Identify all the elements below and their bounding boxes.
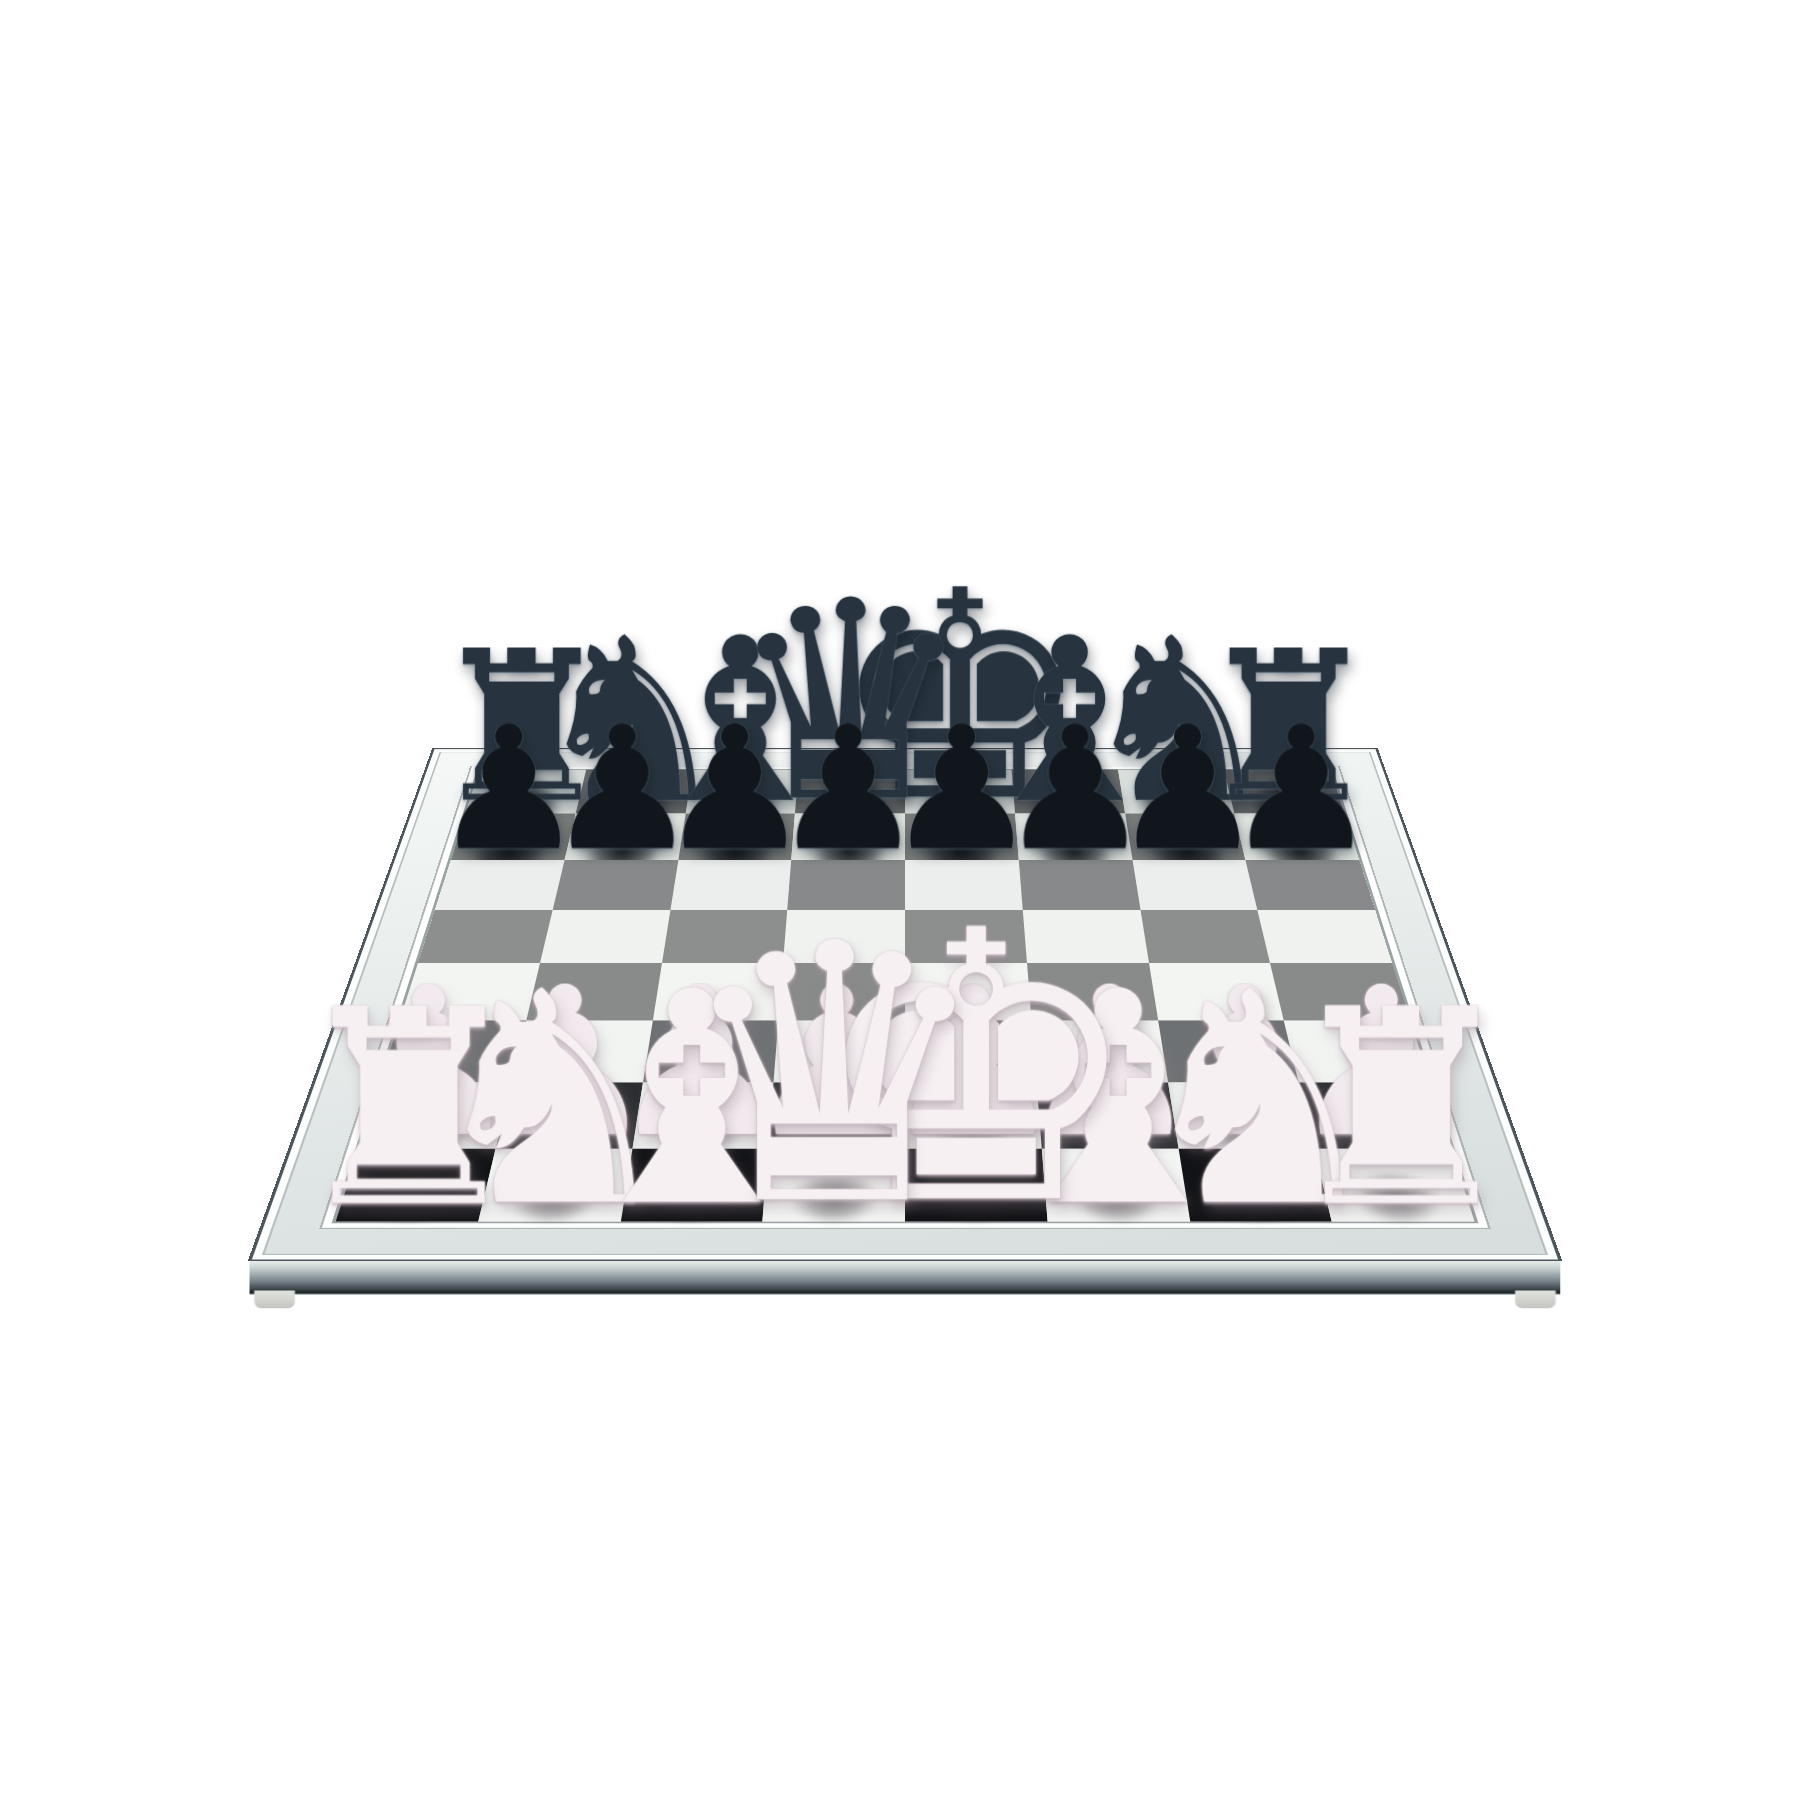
piece-reflection: [765, 1167, 899, 1265]
square-f3: [1031, 1020, 1167, 1082]
square-g5: [1140, 910, 1270, 963]
square-f2: ♟: [1036, 1082, 1178, 1149]
square-a3: [380, 1020, 526, 1082]
square-e5: [905, 910, 1027, 963]
square-e2: ♟: [905, 1082, 1042, 1149]
square-d2: ♟: [768, 1082, 905, 1149]
square-e6: [905, 860, 1023, 910]
square-e1: ♚: [905, 1149, 1047, 1221]
piece-reflection: [352, 1099, 502, 1189]
square-d7: ♟: [791, 813, 905, 860]
square-f5: [1023, 910, 1149, 963]
piece-reflection: [911, 1167, 1045, 1265]
piece-reflection: [1325, 1167, 1483, 1265]
square-g3: [1158, 1020, 1299, 1082]
square-a2: ♟: [359, 1082, 512, 1149]
chess-board: ♜♞♝♛♚♝♞♜♟♟♟♟♟♟♟♟♟♟♟♟♟♟♟♟♜♞♝♛♚♝♞♜: [248, 748, 1563, 1261]
piece-reflection: [910, 1099, 1039, 1189]
square-e4: [905, 963, 1031, 1020]
square-h3: [1284, 1020, 1430, 1082]
square-d3: [774, 1020, 905, 1082]
square-a5: [418, 910, 552, 963]
piece-reflection: [328, 1167, 486, 1265]
square-c5: [662, 910, 788, 963]
square-d1: ♛: [763, 1149, 905, 1221]
square-a7: ♟: [451, 813, 576, 860]
square-f6: [1019, 860, 1140, 910]
product-photo-scene: ♜♞♝♛♚♝♞♜♟♟♟♟♟♟♟♟♟♟♟♟♟♟♟♟♜♞♝♛♚♝♞♜: [0, 0, 1820, 1820]
piece-reflection: [771, 1099, 900, 1189]
square-d5: [783, 910, 905, 963]
square-c3: [643, 1020, 779, 1082]
square-b7: ♟: [564, 813, 685, 860]
square-h4: [1270, 963, 1410, 1020]
square-e3: [905, 1020, 1036, 1082]
square-b3: [511, 1020, 652, 1082]
board-foot: [254, 1291, 295, 1309]
square-a8: ♜: [466, 770, 586, 814]
square-e8: ♚: [905, 770, 1015, 814]
piece-reflection: [1043, 1099, 1179, 1189]
square-e7: ♟: [905, 813, 1019, 860]
board-frame: ♜♞♝♛♚♝♞♜♟♟♟♟♟♟♟♟♟♟♟♟♟♟♟♟♜♞♝♛♚♝♞♜: [248, 748, 1563, 1261]
square-d6: [787, 860, 905, 910]
square-h8: ♜: [1224, 770, 1344, 814]
square-d4: [779, 963, 905, 1020]
square-h7: ♟: [1235, 813, 1360, 860]
square-a1: ♜: [336, 1149, 496, 1221]
square-g2: ♟: [1167, 1082, 1314, 1149]
square-h2: ♟: [1299, 1082, 1452, 1149]
square-h1: ♜: [1315, 1149, 1475, 1221]
square-c6: [670, 860, 791, 910]
piece-reflection: [491, 1099, 634, 1189]
square-b4: [526, 963, 661, 1020]
square-c8: ♝: [685, 770, 798, 814]
piece-reflection: [1308, 1099, 1458, 1189]
board-foot: [1515, 1291, 1556, 1309]
square-g4: [1149, 963, 1284, 1020]
square-c1: ♝: [620, 1149, 768, 1221]
square-g7: ♟: [1125, 813, 1246, 860]
piece-reflection: [1049, 1167, 1191, 1265]
square-f4: [1027, 963, 1158, 1020]
square-b6: [552, 860, 677, 910]
piece-reflection: [631, 1099, 767, 1189]
square-g1: ♞: [1178, 1149, 1332, 1221]
square-c7: ♟: [678, 813, 795, 860]
square-d8: ♛: [795, 770, 905, 814]
square-a4: [400, 963, 540, 1020]
square-f1: ♝: [1042, 1149, 1190, 1221]
square-c2: ♟: [632, 1082, 774, 1149]
piece-reflection: [473, 1167, 623, 1265]
square-b2: ♟: [495, 1082, 642, 1149]
square-h5: [1258, 910, 1392, 963]
square-b8: ♞: [575, 770, 692, 814]
piece-reflection: [619, 1167, 761, 1265]
square-g8: ♞: [1118, 770, 1235, 814]
piece-reflection: [1187, 1167, 1337, 1265]
board-glass-edge: [250, 1260, 1561, 1295]
square-h6: [1246, 860, 1375, 910]
square-g6: [1132, 860, 1257, 910]
square-a6: [435, 860, 564, 910]
square-b1: ♞: [478, 1149, 632, 1221]
square-b5: [540, 910, 670, 963]
square-f8: ♝: [1011, 770, 1124, 814]
piece-reflection: [1175, 1099, 1318, 1189]
square-f7: ♟: [1015, 813, 1132, 860]
square-c4: [652, 963, 783, 1020]
board-squares: ♜♞♝♛♚♝♞♜♟♟♟♟♟♟♟♟♟♟♟♟♟♟♟♟♜♞♝♛♚♝♞♜: [336, 770, 1475, 1222]
